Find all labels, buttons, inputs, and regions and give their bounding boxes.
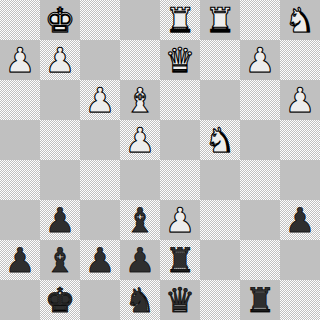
white-bishop-d6[interactable]: ♝ xyxy=(120,80,160,120)
square-e7[interactable]: ♛ xyxy=(160,40,200,80)
square-g3[interactable] xyxy=(240,200,280,240)
square-a4[interactable] xyxy=(0,160,40,200)
square-c3[interactable] xyxy=(80,200,120,240)
black-bishop-d3[interactable]: ♝ xyxy=(120,200,160,240)
square-h8[interactable]: ♞ xyxy=(280,0,320,40)
black-pawn-h3[interactable]: ♟ xyxy=(280,200,320,240)
square-c8[interactable] xyxy=(80,0,120,40)
white-rook-e8[interactable]: ♜ xyxy=(160,0,200,40)
white-pawn-a7[interactable]: ♟ xyxy=(0,40,40,80)
square-g2[interactable] xyxy=(240,240,280,280)
square-c4[interactable] xyxy=(80,160,120,200)
square-a5[interactable] xyxy=(0,120,40,160)
white-pawn-g7[interactable]: ♟ xyxy=(240,40,280,80)
white-rook-f8[interactable]: ♜ xyxy=(200,0,240,40)
square-h2[interactable] xyxy=(280,240,320,280)
square-g1[interactable]: ♜ xyxy=(240,280,280,320)
square-h7[interactable] xyxy=(280,40,320,80)
square-b8[interactable]: ♚ xyxy=(40,0,80,40)
square-b2[interactable]: ♝ xyxy=(40,240,80,280)
black-pawn-a2[interactable]: ♟ xyxy=(0,240,40,280)
black-pawn-d2[interactable]: ♟ xyxy=(120,240,160,280)
square-h5[interactable] xyxy=(280,120,320,160)
square-e5[interactable] xyxy=(160,120,200,160)
white-pawn-c6[interactable]: ♟ xyxy=(80,80,120,120)
square-d3[interactable]: ♝ xyxy=(120,200,160,240)
square-a7[interactable]: ♟ xyxy=(0,40,40,80)
square-d5[interactable]: ♟ xyxy=(120,120,160,160)
square-c5[interactable] xyxy=(80,120,120,160)
black-bishop-b2[interactable]: ♝ xyxy=(40,240,80,280)
black-queen-e1[interactable]: ♛ xyxy=(160,280,200,320)
square-d6[interactable]: ♝ xyxy=(120,80,160,120)
square-d4[interactable] xyxy=(120,160,160,200)
white-pawn-e3[interactable]: ♟ xyxy=(160,200,200,240)
white-pawn-h6[interactable]: ♟ xyxy=(280,80,320,120)
square-d2[interactable]: ♟ xyxy=(120,240,160,280)
square-b4[interactable] xyxy=(40,160,80,200)
square-f4[interactable] xyxy=(200,160,240,200)
square-b3[interactable]: ♟ xyxy=(40,200,80,240)
square-h3[interactable]: ♟ xyxy=(280,200,320,240)
black-knight-d1[interactable]: ♞ xyxy=(120,280,160,320)
square-e8[interactable]: ♜ xyxy=(160,0,200,40)
black-pawn-c2[interactable]: ♟ xyxy=(80,240,120,280)
square-b7[interactable]: ♟ xyxy=(40,40,80,80)
square-f2[interactable] xyxy=(200,240,240,280)
square-a2[interactable]: ♟ xyxy=(0,240,40,280)
square-d7[interactable] xyxy=(120,40,160,80)
square-d1[interactable]: ♞ xyxy=(120,280,160,320)
black-pawn-b3[interactable]: ♟ xyxy=(40,200,80,240)
square-c2[interactable]: ♟ xyxy=(80,240,120,280)
white-knight-f5[interactable]: ♞ xyxy=(200,120,240,160)
black-king-b1[interactable]: ♚ xyxy=(40,280,80,320)
square-e2[interactable]: ♜ xyxy=(160,240,200,280)
white-queen-e7[interactable]: ♛ xyxy=(160,40,200,80)
square-a6[interactable] xyxy=(0,80,40,120)
square-g5[interactable] xyxy=(240,120,280,160)
square-f1[interactable] xyxy=(200,280,240,320)
white-pawn-d5[interactable]: ♟ xyxy=(120,120,160,160)
square-g6[interactable] xyxy=(240,80,280,120)
square-f8[interactable]: ♜ xyxy=(200,0,240,40)
square-g4[interactable] xyxy=(240,160,280,200)
square-a1[interactable] xyxy=(0,280,40,320)
square-g7[interactable]: ♟ xyxy=(240,40,280,80)
black-rook-e2[interactable]: ♜ xyxy=(160,240,200,280)
square-h1[interactable] xyxy=(280,280,320,320)
square-g8[interactable] xyxy=(240,0,280,40)
square-f3[interactable] xyxy=(200,200,240,240)
square-a8[interactable] xyxy=(0,0,40,40)
white-pawn-b7[interactable]: ♟ xyxy=(40,40,80,80)
square-c6[interactable]: ♟ xyxy=(80,80,120,120)
square-e6[interactable] xyxy=(160,80,200,120)
square-b6[interactable] xyxy=(40,80,80,120)
square-c1[interactable] xyxy=(80,280,120,320)
white-knight-h8[interactable]: ♞ xyxy=(280,0,320,40)
square-e3[interactable]: ♟ xyxy=(160,200,200,240)
square-b5[interactable] xyxy=(40,120,80,160)
square-e4[interactable] xyxy=(160,160,200,200)
square-c7[interactable] xyxy=(80,40,120,80)
square-f6[interactable] xyxy=(200,80,240,120)
square-h6[interactable]: ♟ xyxy=(280,80,320,120)
square-d8[interactable] xyxy=(120,0,160,40)
black-rook-g1[interactable]: ♜ xyxy=(240,280,280,320)
square-b1[interactable]: ♚ xyxy=(40,280,80,320)
square-f7[interactable] xyxy=(200,40,240,80)
square-a3[interactable] xyxy=(0,200,40,240)
square-e1[interactable]: ♛ xyxy=(160,280,200,320)
chess-board: ♚♜♜♞♟♟♛♟♟♝♟♟♞♟♝♟♟♟♝♟♟♜♚♞♛♜ xyxy=(0,0,320,320)
white-king-b8[interactable]: ♚ xyxy=(40,0,80,40)
square-f5[interactable]: ♞ xyxy=(200,120,240,160)
square-h4[interactable] xyxy=(280,160,320,200)
